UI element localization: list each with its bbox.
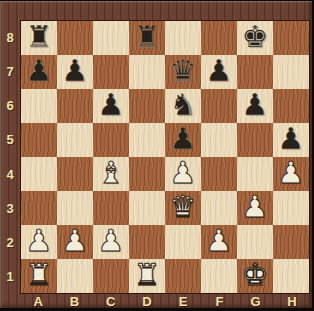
square-f8[interactable] <box>201 21 237 55</box>
square-h7[interactable] <box>273 55 309 89</box>
square-c7[interactable] <box>93 55 129 89</box>
file-label-e: E <box>165 293 201 309</box>
piece-white-rook: ♜ <box>26 260 53 290</box>
rank-label-4: 4 <box>0 157 20 191</box>
square-a6[interactable] <box>21 89 57 123</box>
square-f4[interactable] <box>201 157 237 191</box>
square-a4[interactable] <box>21 157 57 191</box>
square-d1[interactable]: ♜ <box>129 259 165 293</box>
square-a7[interactable]: ♟ <box>21 55 57 89</box>
square-b6[interactable] <box>57 89 93 123</box>
file-label-g: G <box>238 293 274 309</box>
square-h3[interactable] <box>273 191 309 225</box>
piece-white-pawn: ♟ <box>242 192 269 222</box>
chess-board: ♜♜♚♟♟♛♟♟♞♟♟♟♝♟♟♛♟♟♟♟♟♜♜♚ <box>20 20 310 294</box>
board-frame: 87654321 ♜♜♚♟♟♛♟♟♞♟♟♟♝♟♟♛♟♟♟♟♟♜♜♚ ABCDEF… <box>0 1 312 308</box>
square-g1[interactable]: ♚ <box>237 259 273 293</box>
file-label-b: B <box>56 293 92 309</box>
square-a2[interactable]: ♟ <box>21 225 57 259</box>
square-a1[interactable]: ♜ <box>21 259 57 293</box>
piece-white-pawn: ♟ <box>170 158 197 188</box>
rank-labels: 87654321 <box>0 20 20 294</box>
piece-black-pawn: ♟ <box>206 56 233 86</box>
rank-label-6: 6 <box>0 89 20 123</box>
square-h5[interactable]: ♟ <box>273 123 309 157</box>
piece-black-pawn: ♟ <box>278 124 305 154</box>
piece-black-pawn: ♟ <box>62 56 89 86</box>
piece-white-pawn: ♟ <box>206 226 233 256</box>
rank-label-3: 3 <box>0 191 20 225</box>
square-a8[interactable]: ♜ <box>21 21 57 55</box>
piece-black-rook: ♜ <box>26 22 53 52</box>
square-g7[interactable] <box>237 55 273 89</box>
piece-white-pawn: ♟ <box>278 158 305 188</box>
square-h2[interactable] <box>273 225 309 259</box>
square-e7[interactable]: ♛ <box>165 55 201 89</box>
square-d5[interactable] <box>129 123 165 157</box>
square-c6[interactable]: ♟ <box>93 89 129 123</box>
rank-label-2: 2 <box>0 226 20 260</box>
rank-label-7: 7 <box>0 54 20 88</box>
square-d7[interactable] <box>129 55 165 89</box>
square-g8[interactable]: ♚ <box>237 21 273 55</box>
file-label-h: H <box>274 293 310 309</box>
square-c1[interactable] <box>93 259 129 293</box>
piece-black-pawn: ♟ <box>170 124 197 154</box>
square-e2[interactable] <box>165 225 201 259</box>
square-a3[interactable] <box>21 191 57 225</box>
rank-label-8: 8 <box>0 20 20 54</box>
square-a5[interactable] <box>21 123 57 157</box>
piece-white-queen: ♛ <box>170 192 197 222</box>
square-c8[interactable] <box>93 21 129 55</box>
square-c3[interactable] <box>93 191 129 225</box>
square-d8[interactable]: ♜ <box>129 21 165 55</box>
piece-black-pawn: ♟ <box>242 90 269 120</box>
square-h4[interactable]: ♟ <box>273 157 309 191</box>
square-d4[interactable] <box>129 157 165 191</box>
square-f6[interactable] <box>201 89 237 123</box>
square-g2[interactable] <box>237 225 273 259</box>
square-g5[interactable] <box>237 123 273 157</box>
square-e4[interactable]: ♟ <box>165 157 201 191</box>
piece-black-pawn: ♟ <box>26 56 53 86</box>
square-b2[interactable]: ♟ <box>57 225 93 259</box>
rank-label-5: 5 <box>0 123 20 157</box>
square-f3[interactable] <box>201 191 237 225</box>
square-b3[interactable] <box>57 191 93 225</box>
file-labels: ABCDEFGH <box>20 293 310 309</box>
rank-label-1: 1 <box>0 260 20 294</box>
square-g4[interactable] <box>237 157 273 191</box>
square-e6[interactable]: ♞ <box>165 89 201 123</box>
square-e8[interactable] <box>165 21 201 55</box>
piece-white-king: ♚ <box>242 260 269 290</box>
square-b5[interactable] <box>57 123 93 157</box>
square-c4[interactable]: ♝ <box>93 157 129 191</box>
square-g3[interactable]: ♟ <box>237 191 273 225</box>
square-f1[interactable] <box>201 259 237 293</box>
piece-white-pawn: ♟ <box>26 226 53 256</box>
piece-white-rook: ♜ <box>134 260 161 290</box>
square-e3[interactable]: ♛ <box>165 191 201 225</box>
piece-black-king: ♚ <box>242 22 269 52</box>
square-d3[interactable] <box>129 191 165 225</box>
square-f2[interactable]: ♟ <box>201 225 237 259</box>
square-f5[interactable] <box>201 123 237 157</box>
square-d6[interactable] <box>129 89 165 123</box>
piece-black-knight: ♞ <box>170 90 197 120</box>
file-label-a: A <box>20 293 56 309</box>
piece-white-bishop: ♝ <box>98 158 125 188</box>
square-h6[interactable] <box>273 89 309 123</box>
square-c5[interactable] <box>93 123 129 157</box>
piece-white-pawn: ♟ <box>62 226 89 256</box>
file-label-c: C <box>93 293 129 309</box>
square-f7[interactable]: ♟ <box>201 55 237 89</box>
piece-black-rook: ♜ <box>134 22 161 52</box>
square-b7[interactable]: ♟ <box>57 55 93 89</box>
square-d2[interactable] <box>129 225 165 259</box>
chess-diagram-window: 87654321 ♜♜♚♟♟♛♟♟♞♟♟♟♝♟♟♛♟♟♟♟♟♜♜♚ ABCDEF… <box>0 0 314 311</box>
square-h8[interactable] <box>273 21 309 55</box>
piece-white-pawn: ♟ <box>98 226 125 256</box>
piece-black-queen: ♛ <box>170 56 197 86</box>
piece-black-pawn: ♟ <box>98 90 125 120</box>
file-label-f: F <box>201 293 237 309</box>
square-g6[interactable]: ♟ <box>237 89 273 123</box>
square-e1[interactable] <box>165 259 201 293</box>
file-label-d: D <box>129 293 165 309</box>
square-b1[interactable] <box>57 259 93 293</box>
square-b4[interactable] <box>57 157 93 191</box>
square-h1[interactable] <box>273 259 309 293</box>
square-e5[interactable]: ♟ <box>165 123 201 157</box>
square-c2[interactable]: ♟ <box>93 225 129 259</box>
square-b8[interactable] <box>57 21 93 55</box>
